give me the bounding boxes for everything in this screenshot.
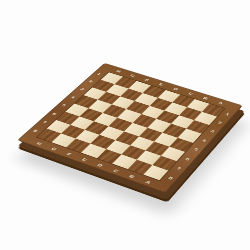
board-grid	[36, 72, 226, 181]
product-photo: HGFEDCBA HGFEDCBA 12345678 12345678	[0, 0, 250, 250]
chess-board: HGFEDCBA HGFEDCBA 12345678 12345678	[17, 63, 243, 193]
board-frame: HGFEDCBA HGFEDCBA 12345678 12345678	[17, 63, 243, 193]
